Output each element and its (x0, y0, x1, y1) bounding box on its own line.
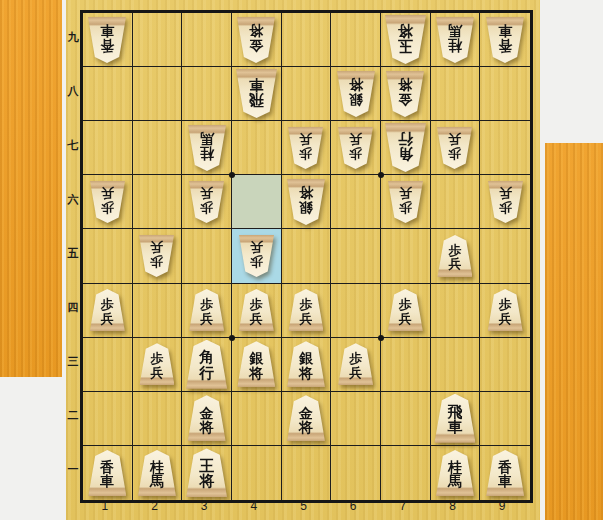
rank-label: 七 (66, 118, 80, 172)
cell-f6-r5[interactable] (331, 229, 381, 283)
piece-sente-fu[interactable]: 歩兵 (338, 343, 373, 385)
piece-gote-gin[interactable]: 銀将 (337, 71, 375, 117)
piece-wrap: 歩兵 (388, 181, 423, 223)
rank-label: 九 (66, 10, 80, 64)
piece-kanji: 桂 (448, 460, 462, 474)
piece-wrap: 歩兵 (239, 235, 274, 277)
piece-gote-fu[interactable]: 歩兵 (288, 127, 323, 169)
piece-sente-fu[interactable]: 歩兵 (288, 289, 323, 331)
app-background: { "game": "shogi", "board": { "files": [… (0, 0, 603, 520)
cell-f1-r6[interactable]: 歩兵 (83, 175, 133, 229)
piece-wrap: 歩兵 (288, 289, 323, 331)
piece-kanji: 金 (398, 92, 412, 106)
piece-sente-fu[interactable]: 歩兵 (189, 289, 224, 331)
rank-label: 八 (66, 64, 80, 118)
cell-f9-r2[interactable] (480, 392, 530, 446)
piece-kanji: 将 (249, 366, 263, 380)
piece-kanji: 歩 (200, 298, 213, 311)
cell-f2-r9[interactable] (133, 13, 183, 67)
rank-label: 一 (66, 443, 80, 497)
piece-kanji: 将 (299, 186, 313, 200)
piece-gote-gin[interactable]: 銀将 (287, 179, 325, 225)
cell-f5-r9[interactable] (282, 13, 332, 67)
piece-wrap: 王将 (186, 448, 227, 497)
piece-sente-fu[interactable]: 歩兵 (139, 343, 174, 385)
cell-f7-r8[interactable]: 金将 (381, 67, 431, 121)
piece-wrap: 歩兵 (488, 289, 523, 331)
cell-f9-r5[interactable] (480, 229, 530, 283)
cell-f8-r4[interactable] (431, 284, 481, 338)
piece-kanji: 歩 (200, 200, 213, 213)
piece-kanji: 銀 (349, 92, 363, 106)
piece-kanji: 歩 (299, 146, 312, 159)
piece-gote-fu[interactable]: 歩兵 (139, 235, 174, 277)
piece-kanji: 兵 (349, 366, 362, 379)
cell-f5-r1[interactable] (282, 446, 332, 500)
cell-f5-r4[interactable]: 歩兵 (282, 284, 332, 338)
cell-f1-r7[interactable] (83, 121, 133, 175)
piece-sente-gin[interactable]: 銀将 (287, 341, 325, 387)
piece-wrap: 歩兵 (338, 343, 373, 385)
cell-f8-r9[interactable]: 桂馬 (431, 13, 481, 67)
piece-sente-fu[interactable]: 歩兵 (239, 289, 274, 331)
piece-wrap: 桂馬 (188, 125, 226, 171)
cell-f8-r7[interactable]: 歩兵 (431, 121, 481, 175)
piece-kanji: 将 (299, 366, 313, 380)
piece-kanji: 兵 (499, 187, 512, 200)
piece-kanji: 桂 (150, 460, 164, 474)
piece-kanji: 歩 (499, 200, 512, 213)
star-point (229, 335, 235, 341)
cell-f8-r8[interactable] (431, 67, 481, 121)
piece-sente-fu[interactable]: 歩兵 (488, 289, 523, 331)
piece-gote-keima[interactable]: 桂馬 (436, 17, 474, 63)
piece-sente-hisha[interactable]: 飛車 (434, 394, 475, 443)
cell-f5-r7[interactable]: 歩兵 (282, 121, 332, 175)
cell-f7-r1[interactable] (381, 446, 431, 500)
cell-f3-r1[interactable]: 王将 (182, 446, 232, 500)
cell-f8-r1[interactable]: 桂馬 (431, 446, 481, 500)
rank-label: 六 (66, 172, 80, 226)
piece-kanji: 玉 (398, 38, 413, 53)
piece-kanji: 歩 (150, 352, 163, 365)
cell-f8-r6[interactable] (431, 175, 481, 229)
piece-kanji: 兵 (299, 133, 312, 146)
cell-f6-r7[interactable]: 歩兵 (331, 121, 381, 175)
piece-kanji: 歩 (150, 254, 163, 267)
piece-sente-kin[interactable]: 金将 (287, 395, 325, 441)
piece-wrap: 歩兵 (189, 289, 224, 331)
piece-kanji: 将 (249, 24, 263, 38)
piece-wrap: 金将 (188, 395, 226, 441)
piece-kanji: 車 (249, 77, 264, 92)
cell-f5-r3[interactable]: 銀将 (282, 338, 332, 392)
piece-gote-hisha[interactable]: 飛車 (236, 69, 277, 118)
piece-kanji: 車 (100, 24, 114, 38)
piece-kanji: 車 (447, 420, 462, 435)
piece-wrap: 銀将 (337, 71, 375, 117)
piece-kanji: 歩 (299, 298, 312, 311)
cell-f8-r2[interactable]: 飛車 (431, 392, 481, 446)
cell-f7-r6[interactable]: 歩兵 (381, 175, 431, 229)
piece-wrap: 歩兵 (90, 181, 125, 223)
piece-gote-fu[interactable]: 歩兵 (189, 181, 224, 223)
piece-sente-kin[interactable]: 金将 (188, 395, 226, 441)
cell-f3-r7[interactable]: 桂馬 (182, 121, 232, 175)
piece-kanji: 香 (100, 38, 114, 52)
cell-f5-r6[interactable]: 銀将 (282, 175, 332, 229)
piece-wrap: 桂馬 (436, 450, 474, 496)
piece-wrap: 銀将 (287, 179, 325, 225)
piece-kanji: 車 (498, 24, 512, 38)
piece-wrap: 金将 (287, 395, 325, 441)
piece-kanji: 馬 (200, 132, 214, 146)
piece-kanji: 兵 (200, 312, 213, 325)
piece-kanji: 兵 (150, 366, 163, 379)
piece-wrap: 玉将 (385, 15, 426, 64)
piece-gote-fu[interactable]: 歩兵 (338, 127, 373, 169)
piece-kanji: 香 (100, 460, 114, 474)
piece-wrap: 歩兵 (139, 343, 174, 385)
piece-sente-keima[interactable]: 桂馬 (138, 450, 176, 496)
rank-label: 三 (66, 335, 80, 389)
cell-f2-r5[interactable]: 歩兵 (133, 229, 183, 283)
piece-kanji: 兵 (448, 133, 461, 146)
piece-wrap: 歩兵 (338, 127, 373, 169)
cell-f9-r1[interactable]: 香車 (480, 446, 530, 500)
piece-kanji: 将 (398, 78, 412, 92)
cell-f1-r1[interactable]: 香車 (83, 446, 133, 500)
piece-wrap: 桂馬 (436, 17, 474, 63)
piece-kanji: 歩 (250, 298, 263, 311)
cell-f4-r1[interactable] (232, 446, 282, 500)
piece-kanji: 馬 (448, 474, 462, 488)
piece-wrap: 歩兵 (139, 235, 174, 277)
piece-kanji: 香 (498, 460, 512, 474)
star-point (378, 172, 384, 178)
last-move-from-cell[interactable] (232, 175, 282, 229)
piece-kanji: 歩 (250, 254, 263, 267)
piece-gote-keima[interactable]: 桂馬 (188, 125, 226, 171)
star-point (229, 172, 235, 178)
piece-sente-fu[interactable]: 歩兵 (90, 289, 125, 331)
cell-f2-r6[interactable] (133, 175, 183, 229)
right-wood-panel (545, 143, 603, 520)
cell-f1-r2[interactable] (83, 392, 133, 446)
piece-wrap: 香車 (88, 17, 126, 63)
cell-f1-r3[interactable] (83, 338, 133, 392)
piece-wrap: 角行 (385, 123, 426, 172)
piece-kanji: 歩 (101, 298, 114, 311)
piece-gote-fu[interactable]: 歩兵 (388, 181, 423, 223)
piece-kanji: 香 (498, 38, 512, 52)
cell-f6-r4[interactable] (331, 284, 381, 338)
cell-f7-r2[interactable] (381, 392, 431, 446)
piece-kanji: 銀 (299, 200, 313, 214)
rank-label: 五 (66, 226, 80, 280)
piece-kanji: 将 (299, 420, 313, 434)
cell-f9-r6[interactable]: 歩兵 (480, 175, 530, 229)
left-wood-panel (0, 0, 62, 377)
piece-sente-kyosha[interactable]: 香車 (88, 450, 126, 496)
cell-f3-r2[interactable]: 金将 (182, 392, 232, 446)
piece-sente-gin[interactable]: 銀将 (237, 341, 275, 387)
piece-kanji: 兵 (499, 312, 512, 325)
piece-kanji: 将 (199, 474, 214, 489)
piece-wrap: 香車 (486, 450, 524, 496)
piece-kanji: 馬 (448, 24, 462, 38)
cell-f4-r8[interactable]: 飛車 (232, 67, 282, 121)
cell-f4-r3[interactable]: 銀将 (232, 338, 282, 392)
piece-wrap: 歩兵 (90, 289, 125, 331)
piece-gote-fu[interactable]: 歩兵 (90, 181, 125, 223)
cell-f9-r3[interactable] (480, 338, 530, 392)
cell-f3-r3[interactable]: 角行 (182, 338, 232, 392)
cell-f6-r2[interactable] (331, 392, 381, 446)
cell-f6-r1[interactable] (331, 446, 381, 500)
piece-gote-kin[interactable]: 金将 (237, 17, 275, 63)
cell-f7-r5[interactable] (381, 229, 431, 283)
cell-f4-r9[interactable]: 金将 (232, 13, 282, 67)
piece-kanji: 兵 (150, 241, 163, 254)
piece-kanji: 兵 (399, 187, 412, 200)
piece-kanji: 歩 (448, 244, 461, 257)
piece-kanji: 兵 (101, 312, 114, 325)
piece-kanji: 将 (349, 78, 363, 92)
cell-f7-r3[interactable] (381, 338, 431, 392)
piece-wrap: 銀将 (237, 341, 275, 387)
piece-kanji: 歩 (349, 146, 362, 159)
cell-f9-r8[interactable] (480, 67, 530, 121)
cell-f1-r4[interactable]: 歩兵 (83, 284, 133, 338)
cell-f3-r5[interactable] (182, 229, 232, 283)
cell-f7-r9[interactable]: 玉将 (381, 13, 431, 67)
piece-wrap: 飛車 (434, 394, 475, 443)
piece-gote-fu[interactable]: 歩兵 (437, 127, 472, 169)
cell-f3-r8[interactable] (182, 67, 232, 121)
piece-wrap: 歩兵 (388, 289, 423, 331)
piece-wrap: 金将 (237, 17, 275, 63)
cell-f6-r8[interactable]: 銀将 (331, 67, 381, 121)
piece-gote-gyoku[interactable]: 玉将 (385, 15, 426, 64)
piece-kanji: 兵 (399, 312, 412, 325)
piece-kanji: 銀 (249, 351, 263, 365)
piece-kanji: 銀 (299, 351, 313, 365)
cell-f3-r9[interactable] (182, 13, 232, 67)
cell-f6-r3[interactable]: 歩兵 (331, 338, 381, 392)
cell-f5-r2[interactable]: 金将 (282, 392, 332, 446)
piece-gote-kyosha[interactable]: 香車 (88, 17, 126, 63)
rank-label: 四 (66, 281, 80, 335)
piece-kanji: 飛 (249, 92, 264, 107)
piece-kanji: 兵 (250, 312, 263, 325)
piece-kanji: 兵 (349, 133, 362, 146)
cell-f2-r2[interactable] (133, 392, 183, 446)
piece-wrap: 金将 (386, 71, 424, 117)
cell-f9-r4[interactable]: 歩兵 (480, 284, 530, 338)
piece-sente-kyosha[interactable]: 香車 (486, 450, 524, 496)
piece-gote-kyosha[interactable]: 香車 (486, 17, 524, 63)
piece-kanji: 車 (100, 474, 114, 488)
cell-f7-r7[interactable]: 角行 (381, 121, 431, 175)
piece-sente-fu[interactable]: 歩兵 (388, 289, 423, 331)
piece-kanji: 兵 (101, 187, 114, 200)
piece-wrap: 香車 (88, 450, 126, 496)
piece-wrap: 歩兵 (189, 181, 224, 223)
piece-sente-fu[interactable]: 歩兵 (437, 235, 472, 277)
cell-f5-r8[interactable] (282, 67, 332, 121)
cell-f5-r5[interactable] (282, 229, 332, 283)
cell-f3-r6[interactable]: 歩兵 (182, 175, 232, 229)
cell-f2-r4[interactable] (133, 284, 183, 338)
piece-kanji: 歩 (101, 200, 114, 213)
board-frame: 香車金将玉将桂馬香車飛車銀将金将桂馬歩兵歩兵角行歩兵歩兵歩兵銀将歩兵歩兵歩兵歩兵… (80, 10, 533, 503)
piece-kanji: 歩 (399, 298, 412, 311)
cell-f6-r6[interactable] (331, 175, 381, 229)
cell-f8-r5[interactable]: 歩兵 (431, 229, 481, 283)
piece-gote-kin[interactable]: 金将 (386, 71, 424, 117)
cell-f4-r2[interactable] (232, 392, 282, 446)
piece-wrap: 飛車 (236, 69, 277, 118)
cell-f7-r4[interactable]: 歩兵 (381, 284, 431, 338)
cell-f2-r3[interactable]: 歩兵 (133, 338, 183, 392)
cell-f1-r8[interactable] (83, 67, 133, 121)
cell-f1-r9[interactable]: 香車 (83, 13, 133, 67)
cell-f9-r9[interactable]: 香車 (480, 13, 530, 67)
cell-f2-r7[interactable] (133, 121, 183, 175)
piece-gote-fu[interactable]: 歩兵 (488, 181, 523, 223)
shogi-board: 九八七六五四三二一 123456789 香車金将玉将桂馬香車飛車銀将金将桂馬歩兵… (66, 0, 540, 520)
piece-kanji: 兵 (200, 187, 213, 200)
piece-wrap: 歩兵 (288, 127, 323, 169)
piece-wrap: 角行 (186, 340, 227, 389)
cell-f9-r7[interactable] (480, 121, 530, 175)
cell-f2-r8[interactable] (133, 67, 183, 121)
piece-wrap: 歩兵 (488, 181, 523, 223)
piece-wrap: 桂馬 (138, 450, 176, 496)
piece-kanji: 金 (200, 406, 214, 420)
piece-kanji: 桂 (448, 38, 462, 52)
piece-kanji: 行 (199, 366, 214, 381)
cell-f2-r1[interactable]: 桂馬 (133, 446, 183, 500)
piece-wrap: 銀将 (287, 341, 325, 387)
piece-kanji: 歩 (448, 146, 461, 159)
piece-kanji: 将 (398, 23, 413, 38)
piece-kanji: 歩 (499, 298, 512, 311)
piece-wrap: 歩兵 (239, 289, 274, 331)
last-move-to-cell[interactable]: 歩兵 (232, 229, 282, 283)
piece-kanji: 金 (249, 38, 263, 52)
piece-kanji: 兵 (299, 312, 312, 325)
piece-sente-ou[interactable]: 王将 (186, 448, 227, 497)
piece-sente-kaku[interactable]: 角行 (186, 340, 227, 389)
piece-kanji: 将 (200, 420, 214, 434)
piece-kanji: 歩 (399, 200, 412, 213)
piece-kanji: 兵 (448, 257, 461, 270)
piece-wrap: 歩兵 (437, 235, 472, 277)
cell-f6-r9[interactable] (331, 13, 381, 67)
rank-label: 二 (66, 389, 80, 443)
cell-f8-r3[interactable] (431, 338, 481, 392)
piece-kanji: 角 (398, 146, 413, 161)
piece-gote-kaku[interactable]: 角行 (385, 123, 426, 172)
piece-kanji: 金 (299, 406, 313, 420)
piece-kanji: 馬 (150, 474, 164, 488)
cell-f3-r4[interactable]: 歩兵 (182, 284, 232, 338)
piece-sente-keima[interactable]: 桂馬 (436, 450, 474, 496)
board-grid: 香車金将玉将桂馬香車飛車銀将金将桂馬歩兵歩兵角行歩兵歩兵歩兵銀将歩兵歩兵歩兵歩兵… (83, 13, 530, 500)
piece-kanji: 車 (498, 474, 512, 488)
cell-f4-r7[interactable] (232, 121, 282, 175)
star-point (378, 335, 384, 341)
cell-f1-r5[interactable] (83, 229, 133, 283)
piece-gote-fu[interactable]: 歩兵 (239, 235, 274, 277)
piece-wrap: 歩兵 (437, 127, 472, 169)
piece-kanji: 歩 (349, 352, 362, 365)
piece-kanji: 兵 (250, 241, 263, 254)
cell-f4-r4[interactable]: 歩兵 (232, 284, 282, 338)
piece-wrap: 香車 (486, 17, 524, 63)
piece-kanji: 桂 (200, 146, 214, 160)
rank-labels: 九八七六五四三二一 (66, 10, 80, 497)
piece-kanji: 行 (398, 131, 413, 146)
